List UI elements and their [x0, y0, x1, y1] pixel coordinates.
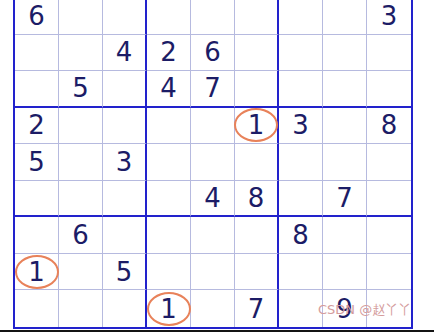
cell-r9c3[interactable] [103, 290, 147, 327]
cell-r3c9[interactable] [367, 71, 411, 108]
cell-r4c6[interactable]: 1 [235, 108, 279, 145]
cell-r9c6[interactable]: 7 [235, 290, 279, 327]
cell-r3c8[interactable] [323, 71, 367, 108]
cell-r5c8[interactable] [323, 144, 367, 181]
cell-r7c7[interactable]: 8 [279, 217, 323, 254]
cell-r5c1[interactable]: 5 [15, 144, 59, 181]
cell-r1c6[interactable] [235, 0, 279, 35]
cell-r6c8[interactable]: 7 [323, 181, 367, 218]
cell-r7c5[interactable] [191, 217, 235, 254]
cell-r7c1[interactable] [15, 217, 59, 254]
cell-r9c1[interactable] [15, 290, 59, 327]
cell-r2c3[interactable]: 4 [103, 35, 147, 72]
cell-r6c6[interactable]: 8 [235, 181, 279, 218]
cell-r4c1[interactable]: 2 [15, 108, 59, 145]
cell-r7c4[interactable] [147, 217, 191, 254]
cell-r5c6[interactable] [235, 144, 279, 181]
cell-r7c8[interactable] [323, 217, 367, 254]
cell-r1c5[interactable] [191, 0, 235, 35]
cell-r7c2[interactable]: 6 [59, 217, 103, 254]
cell-r7c6[interactable] [235, 217, 279, 254]
cell-r6c5[interactable]: 4 [191, 181, 235, 218]
watermark-text: CSDN @赵丫丫 [318, 301, 411, 319]
cell-r8c3[interactable]: 5 [103, 254, 147, 291]
circle-annotation-icon [147, 292, 191, 326]
cell-r2c7[interactable] [279, 35, 323, 72]
cell-r3c2[interactable]: 5 [59, 71, 103, 108]
sudoku-page: 634265472138534876815179 CSDN @赵丫丫 [0, 0, 434, 332]
cell-r5c3[interactable]: 3 [103, 144, 147, 181]
cell-r9c2[interactable] [59, 290, 103, 327]
cell-r7c3[interactable] [103, 217, 147, 254]
cell-r3c6[interactable] [235, 71, 279, 108]
cell-r4c2[interactable] [59, 108, 103, 145]
cell-r2c9[interactable] [367, 35, 411, 72]
cell-r7c9[interactable] [367, 217, 411, 254]
cell-r8c1[interactable]: 1 [15, 254, 59, 291]
cell-r8c2[interactable] [59, 254, 103, 291]
cell-r3c4[interactable]: 4 [147, 71, 191, 108]
cell-r4c8[interactable] [323, 108, 367, 145]
cell-r2c4[interactable]: 2 [147, 35, 191, 72]
cell-r1c4[interactable] [147, 0, 191, 35]
cell-r6c7[interactable] [279, 181, 323, 218]
cell-r3c3[interactable] [103, 71, 147, 108]
circle-annotation-icon [234, 108, 278, 142]
cell-r2c8[interactable] [323, 35, 367, 72]
cell-r2c2[interactable] [59, 35, 103, 72]
circle-annotation-icon [15, 255, 59, 289]
cell-r6c3[interactable] [103, 181, 147, 218]
cell-r8c9[interactable] [367, 254, 411, 291]
cell-r8c6[interactable] [235, 254, 279, 291]
cell-r5c2[interactable] [59, 144, 103, 181]
cell-r5c9[interactable] [367, 144, 411, 181]
cell-r4c9[interactable]: 8 [367, 108, 411, 145]
cell-r1c7[interactable] [279, 0, 323, 35]
cell-r5c5[interactable] [191, 144, 235, 181]
cell-r8c7[interactable] [279, 254, 323, 291]
cell-r8c8[interactable] [323, 254, 367, 291]
sudoku-grid: 634265472138534876815179 [13, 0, 413, 329]
cell-r4c4[interactable] [147, 108, 191, 145]
cell-r1c8[interactable] [323, 0, 367, 35]
cell-r9c5[interactable] [191, 290, 235, 327]
cell-r1c1[interactable]: 6 [15, 0, 59, 35]
cell-r3c5[interactable]: 7 [191, 71, 235, 108]
cell-r8c5[interactable] [191, 254, 235, 291]
cell-r1c2[interactable] [59, 0, 103, 35]
cell-r5c7[interactable] [279, 144, 323, 181]
cell-r3c7[interactable] [279, 71, 323, 108]
cell-r6c2[interactable] [59, 181, 103, 218]
cell-r9c4[interactable]: 1 [147, 290, 191, 327]
cell-r4c7[interactable]: 3 [279, 108, 323, 145]
cell-r1c3[interactable] [103, 0, 147, 35]
cell-r8c4[interactable] [147, 254, 191, 291]
cell-r2c1[interactable] [15, 35, 59, 72]
cell-r3c1[interactable] [15, 71, 59, 108]
cell-r2c6[interactable] [235, 35, 279, 72]
cell-r4c5[interactable] [191, 108, 235, 145]
cell-r1c9[interactable]: 3 [367, 0, 411, 35]
cell-r9c7[interactable] [279, 290, 323, 327]
cell-r5c4[interactable] [147, 144, 191, 181]
cell-r6c9[interactable] [367, 181, 411, 218]
cell-r2c5[interactable]: 6 [191, 35, 235, 72]
cell-r4c3[interactable] [103, 108, 147, 145]
cell-r6c4[interactable] [147, 181, 191, 218]
cell-r6c1[interactable] [15, 181, 59, 218]
